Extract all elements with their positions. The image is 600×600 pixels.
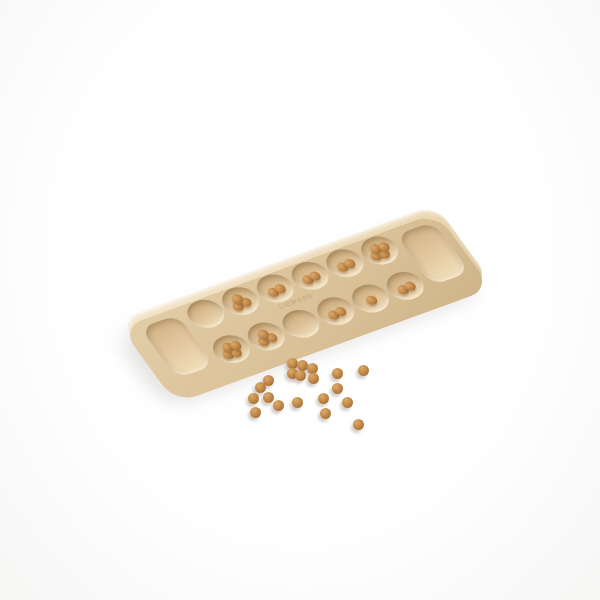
bead: [297, 360, 308, 371]
bead: [292, 397, 303, 408]
photo-canvas: LIEWOOD: [0, 0, 600, 600]
bead: [295, 370, 306, 381]
bead: [273, 400, 284, 411]
bead: [342, 397, 353, 408]
bead: [248, 393, 259, 404]
bead: [263, 392, 274, 403]
bead: [320, 408, 331, 419]
bead: [307, 363, 318, 374]
bead: [358, 365, 369, 376]
bead: [308, 373, 319, 384]
bead: [255, 382, 266, 393]
bead: [332, 368, 343, 379]
bead: [332, 383, 343, 394]
bead: [250, 407, 261, 418]
bead: [364, 295, 380, 307]
bead: [318, 393, 329, 404]
bead: [353, 419, 364, 430]
bead: [287, 358, 298, 369]
